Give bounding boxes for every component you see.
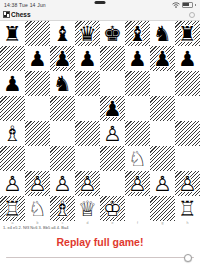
square-h3[interactable] [175,146,200,171]
piece-fill: ♜ [0,196,25,221]
file-label-e: e [100,221,125,225]
piece-wR: ♖ [0,196,25,221]
piece-fill: ♛ [75,196,100,221]
piece-wP: ♙ [150,171,175,196]
square-g8[interactable]: ♞ [150,21,175,46]
square-a7[interactable] [0,46,25,71]
square-a3[interactable] [0,146,25,171]
piece-bB: ♝ [50,21,75,46]
status-center-indicator [95,1,106,4]
piece-fill: ♟ [125,171,150,196]
file-label-d: d [75,221,100,225]
square-c6[interactable]: ♞ [50,71,75,96]
square-b3[interactable] [25,146,50,171]
file-label-g: g [150,221,175,225]
piece-wN: ♘ [25,196,50,221]
piece-fill: ♟ [75,171,100,196]
square-a2[interactable]: ♟♙ [0,171,25,196]
piece-fill: ♞ [125,146,150,171]
gear-icon[interactable] [189,12,195,18]
square-f4[interactable] [125,121,150,146]
square-h1[interactable]: ♜♖ [175,196,200,221]
square-h7[interactable]: ♟ [175,46,200,71]
square-h4[interactable] [175,121,200,146]
square-d3[interactable] [75,146,100,171]
square-f2[interactable]: ♟♙ [125,171,150,196]
square-e3[interactable] [100,146,125,171]
piece-bN: ♞ [50,71,75,96]
square-a8[interactable]: ♜ [0,21,25,46]
square-c8[interactable]: ♝ [50,21,75,46]
square-h6[interactable] [175,71,200,96]
square-c1[interactable]: ♝♗ [50,196,75,221]
square-b7[interactable]: ♟ [25,46,50,71]
slider-track[interactable] [6,257,194,258]
piece-bK: ♚ [100,21,125,46]
square-b8[interactable] [25,21,50,46]
square-d1[interactable]: ♛♕ [75,196,100,221]
piece-bB: ♝ [125,21,150,46]
square-g3[interactable] [150,146,175,171]
square-a4[interactable]: ♝♗ [0,121,25,146]
piece-fill: ♞ [25,196,50,221]
piece-wQ: ♕ [75,196,100,221]
square-d5[interactable] [75,96,100,121]
piece-fill: ♝ [50,196,75,221]
replay-full-game-button[interactable]: Replay full game! [0,235,200,249]
square-d7[interactable]: ♟ [75,46,100,71]
piece-wP: ♙ [0,171,25,196]
piece-bP: ♟ [75,46,100,71]
square-b1[interactable]: ♞♘ [25,196,50,221]
square-c3[interactable] [50,146,75,171]
piece-wB: ♗ [0,121,25,146]
piece-bP: ♟ [175,46,200,71]
square-g7[interactable]: ♟ [150,46,175,71]
piece-wK: ♔ [100,196,125,221]
slider-knob[interactable] [184,254,192,262]
move-list: 1. e4 e5 2. Nf3 Nc6 3. Bb5 a6 4. Ba4 [0,225,200,231]
square-a5[interactable] [0,96,25,121]
square-d6[interactable] [75,71,100,96]
piece-wP: ♙ [125,171,150,196]
square-e2[interactable] [100,171,125,196]
piece-fill: ♟ [0,171,25,196]
piece-fill: ♚ [100,196,125,221]
square-f8[interactable]: ♝ [125,21,150,46]
square-d8[interactable]: ♛ [75,21,100,46]
piece-wP: ♙ [175,171,200,196]
piece-wN: ♘ [125,146,150,171]
square-g6[interactable] [150,71,175,96]
square-c2[interactable]: ♟♙ [50,171,75,196]
piece-fill: ♟ [175,171,200,196]
nav-bar: Chess [0,9,200,21]
square-b5[interactable] [25,96,50,121]
page-title: Chess [11,11,31,18]
square-g5[interactable] [150,96,175,121]
square-h8[interactable]: ♜ [175,21,200,46]
app-icon [4,12,9,17]
piece-bP: ♟ [150,46,175,71]
square-d2[interactable]: ♟♙ [75,171,100,196]
battery-nub [195,4,196,6]
file-label-h: h [175,221,200,225]
square-h2[interactable]: ♟♙ [175,171,200,196]
game-progress-slider[interactable] [6,253,194,261]
square-c5[interactable] [50,96,75,121]
piece-bP: ♟ [125,46,150,71]
status-bar: 14:38 Tue 14 Jun [0,0,200,9]
status-time: 14:38 Tue 14 Jun [4,2,46,8]
piece-wB: ♗ [50,196,75,221]
piece-bR: ♜ [0,21,25,46]
square-f7[interactable]: ♟ [125,46,150,71]
square-f5[interactable] [125,96,150,121]
square-e6[interactable] [100,71,125,96]
wifi-icon [172,2,180,8]
square-e7[interactable] [100,46,125,71]
piece-bP: ♟ [0,71,25,96]
piece-wP: ♙ [100,121,125,146]
square-g2[interactable]: ♟♙ [150,171,175,196]
square-e8[interactable]: ♚ [100,21,125,46]
piece-wP: ♙ [75,171,100,196]
piece-fill: ♟ [100,121,125,146]
chess-board: ♜♝♛♚♝♞♜♟♟♟♟♟♟♟♞♟♝♗♟♙♞♘♟♙♟♙♟♙♟♙♟♙♟♙♟♙♜♖♞♘… [0,21,200,221]
battery-icon [182,2,193,8]
piece-bQ: ♛ [75,21,100,46]
square-d4[interactable] [75,121,100,146]
square-b4[interactable] [25,121,50,146]
piece-fill: ♟ [25,171,50,196]
piece-fill: ♟ [150,171,175,196]
piece-fill: ♝ [0,121,25,146]
file-label-f: f [125,221,150,225]
square-c7[interactable]: ♟ [50,46,75,71]
square-f3[interactable]: ♞♘ [125,146,150,171]
square-h5[interactable] [175,96,200,121]
piece-wP: ♙ [50,171,75,196]
square-e1[interactable]: ♚♔ [100,196,125,221]
square-g4[interactable] [150,121,175,146]
square-f1[interactable] [125,196,150,221]
piece-fill: ♟ [50,171,75,196]
square-e4[interactable]: ♟♙ [100,121,125,146]
piece-bP: ♟ [50,46,75,71]
square-f6[interactable] [125,71,150,96]
piece-bP: ♟ [100,96,125,121]
square-g1[interactable] [150,196,175,221]
square-b2[interactable]: ♟♙ [25,171,50,196]
piece-wP: ♙ [25,171,50,196]
piece-bP: ♟ [25,46,50,71]
piece-wR: ♖ [175,196,200,221]
square-a6[interactable]: ♟ [0,71,25,96]
square-e5[interactable]: ♟ [100,96,125,121]
square-c4[interactable] [50,121,75,146]
square-b6[interactable] [25,71,50,96]
piece-bN: ♞ [150,21,175,46]
piece-bR: ♜ [175,21,200,46]
piece-fill: ♜ [175,196,200,221]
square-a1[interactable]: ♜♖ [0,196,25,221]
